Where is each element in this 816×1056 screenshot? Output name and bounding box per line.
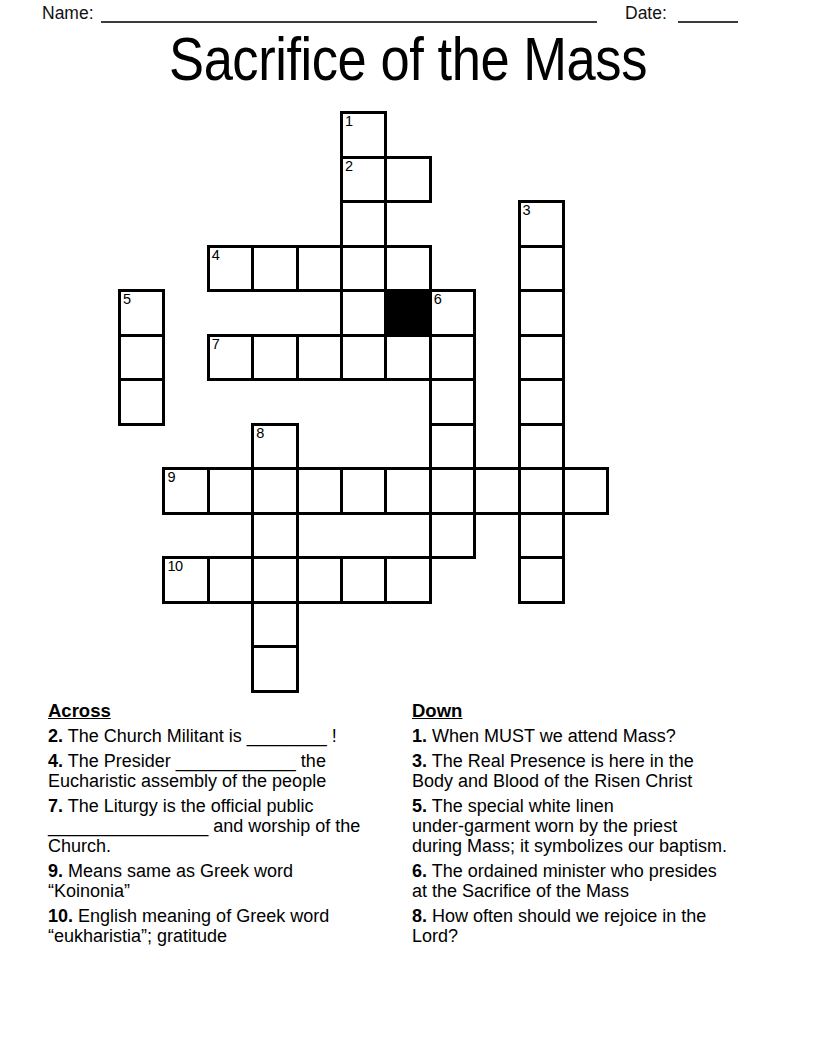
grid-cell[interactable]: 5	[118, 289, 165, 337]
clue-number: 3.	[412, 751, 427, 771]
cell-number: 9	[167, 469, 175, 486]
name-label: Name:	[42, 3, 94, 24]
cell-number: 6	[434, 291, 442, 308]
grid-cell[interactable]	[384, 245, 431, 293]
clue-down-5: 5. The special white linen under-⁠garmen…	[412, 796, 730, 856]
grid-cell[interactable]	[518, 245, 565, 293]
clue-across-4: 4. The Presider ____________ the Euchari…	[48, 751, 370, 791]
grid-cell[interactable]	[296, 467, 343, 515]
clue-down-8: 8. How often should we rejoice in the Lo…	[412, 906, 730, 946]
grid-cell[interactable]: 3	[518, 200, 565, 248]
across-clues-section: Across 2. The Church Militant is _______…	[48, 701, 370, 951]
clue-across-2: 2. The Church Militant is ________ !	[48, 726, 370, 746]
worksheet-page: Name: Date: Sacrifice of the Mass 123456…	[0, 0, 816, 1056]
down-clues-section: Down 1. When MUST we attend Mass?3. The …	[412, 701, 730, 951]
grid-cell[interactable]	[518, 512, 565, 560]
grid-cell[interactable]	[340, 556, 387, 604]
cell-number: 2	[345, 158, 353, 175]
clue-number: 1.	[412, 726, 427, 746]
clue-number: 4.	[48, 751, 63, 771]
cell-number: 10	[167, 558, 182, 575]
grid-cell[interactable]	[251, 467, 298, 515]
clue-down-6: 6. The ordained minister who presides at…	[412, 861, 730, 901]
grid-cell[interactable]	[518, 334, 565, 382]
clue-number: 8.	[412, 906, 427, 926]
grid-cell[interactable]: 7	[207, 334, 254, 382]
grid-cell[interactable]	[473, 467, 520, 515]
grid-cell[interactable]	[296, 334, 343, 382]
grid-cell[interactable]	[340, 245, 387, 293]
grid-cell[interactable]: 1	[340, 111, 387, 159]
grid-cell[interactable]: 2	[340, 156, 387, 204]
grid-cell[interactable]	[251, 512, 298, 560]
grid-cell[interactable]	[429, 423, 476, 471]
grid-cell[interactable]	[251, 334, 298, 382]
date-label: Date:	[625, 3, 667, 24]
across-clue-list: 2. The Church Militant is ________ !4. T…	[48, 726, 370, 946]
grid-cell[interactable]	[518, 378, 565, 426]
clue-number: 5.	[412, 796, 427, 816]
grid-cell[interactable]	[429, 334, 476, 382]
clue-down-1: 1. When MUST we attend Mass?	[412, 726, 730, 746]
cell-number: 5	[123, 291, 131, 308]
grid-cell[interactable]	[384, 556, 431, 604]
grid-cell[interactable]	[518, 423, 565, 471]
clue-number: 10.	[48, 906, 73, 926]
grid-cell[interactable]: 8	[251, 423, 298, 471]
down-heading: Down	[412, 701, 730, 721]
cell-number: 8	[256, 425, 264, 442]
cell-number: 1	[345, 113, 353, 130]
grid-cell[interactable]	[429, 378, 476, 426]
name-input-line[interactable]	[101, 1, 597, 23]
grid-cell[interactable]	[340, 467, 387, 515]
puzzle-title: Sacrifice of the Mass	[57, 24, 759, 94]
cell-number: 7	[212, 336, 220, 353]
grid-cell[interactable]: 10	[162, 556, 209, 604]
down-clue-list: 1. When MUST we attend Mass?3. The Real …	[412, 726, 730, 946]
grid-cell[interactable]	[384, 467, 431, 515]
date-input-line[interactable]	[678, 1, 738, 23]
grid-cell[interactable]: 4	[207, 245, 254, 293]
grid-cell[interactable]	[518, 289, 565, 337]
grid-cell[interactable]	[518, 556, 565, 604]
grid-cell[interactable]	[429, 467, 476, 515]
grid-cell[interactable]	[251, 601, 298, 649]
clue-number: 2.	[48, 726, 63, 746]
black-cell	[384, 289, 431, 337]
clue-across-9: 9. Means same as Greek word “Koinonia”	[48, 861, 370, 901]
clue-number: 6.	[412, 861, 427, 881]
grid-cell[interactable]	[340, 334, 387, 382]
grid-cell[interactable]	[384, 156, 431, 204]
grid-cell[interactable]	[340, 200, 387, 248]
cell-number: 3	[523, 202, 531, 219]
grid-cell[interactable]	[251, 556, 298, 604]
clue-number: 9.	[48, 861, 63, 881]
grid-cell[interactable]	[118, 334, 165, 382]
grid-cell[interactable]	[429, 512, 476, 560]
grid-cell[interactable]	[296, 245, 343, 293]
grid-cell[interactable]: 6	[429, 289, 476, 337]
grid-cell[interactable]	[296, 556, 343, 604]
grid-cell[interactable]: 9	[162, 467, 209, 515]
crossword-grid: 12345678910	[118, 111, 610, 693]
clue-across-7: 7. The Liturgy is the official public __…	[48, 796, 370, 856]
across-heading: Across	[48, 701, 370, 721]
clue-down-3: 3. The Real Presence is here in the Body…	[412, 751, 730, 791]
grid-cell[interactable]	[251, 245, 298, 293]
clue-across-10: 10. English meaning of Greek word “eukha…	[48, 906, 370, 946]
grid-cell[interactable]	[518, 467, 565, 515]
grid-cell[interactable]	[340, 289, 387, 337]
grid-cell[interactable]	[562, 467, 609, 515]
grid-cell[interactable]	[251, 645, 298, 693]
grid-cell[interactable]	[384, 334, 431, 382]
cell-number: 4	[212, 247, 220, 264]
grid-cell[interactable]	[118, 378, 165, 426]
clue-number: 7.	[48, 796, 63, 816]
grid-cell[interactable]	[207, 467, 254, 515]
grid-cell[interactable]	[207, 556, 254, 604]
